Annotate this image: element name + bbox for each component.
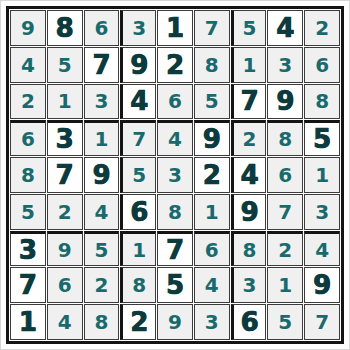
cell-r3c1: 2 [10,84,46,120]
cell-r7c2: 9 [47,231,83,267]
sudoku-board: 9863175424579281362134657986317492858795… [6,6,344,344]
cell-r2c8: 3 [267,47,303,83]
cell-r4c8: 8 [267,120,303,156]
cell-r2c6: 8 [194,47,230,83]
cell-r6c4: 6 [120,194,156,230]
cell-r4c9: 5 [304,120,340,156]
cell-r8c7: 3 [231,267,267,303]
cell-r3c9: 8 [304,84,340,120]
cell-r5c4: 5 [120,157,156,193]
cell-r7c4: 1 [120,231,156,267]
cell-r8c1: 7 [10,267,46,303]
cell-r5c6: 2 [194,157,230,193]
cell-r8c5: 5 [157,267,193,303]
cell-r1c5: 1 [157,10,193,46]
cell-r5c9: 1 [304,157,340,193]
cell-r8c8: 1 [267,267,303,303]
cell-r1c4: 3 [120,10,156,46]
cell-r5c7: 4 [231,157,267,193]
cell-r6c1: 5 [10,194,46,230]
cell-r6c2: 2 [47,194,83,230]
sudoku-image: 9863175424579281362134657986317492858795… [0,0,350,350]
cell-r8c9: 9 [304,267,340,303]
cell-r2c4: 9 [120,47,156,83]
cell-r1c2: 8 [47,10,83,46]
cell-r5c2: 7 [47,157,83,193]
cell-r1c7: 5 [231,10,267,46]
cell-r5c5: 3 [157,157,193,193]
cell-r4c3: 1 [84,120,120,156]
cell-r8c4: 8 [120,267,156,303]
cell-r7c6: 6 [194,231,230,267]
cell-r9c1: 1 [10,304,46,340]
cell-r1c8: 4 [267,10,303,46]
cell-r3c4: 4 [120,84,156,120]
cell-r3c5: 6 [157,84,193,120]
cell-r8c3: 2 [84,267,120,303]
cell-r4c7: 2 [231,120,267,156]
cell-r2c2: 5 [47,47,83,83]
cell-r8c2: 6 [47,267,83,303]
cell-r7c9: 4 [304,231,340,267]
cell-r9c7: 6 [231,304,267,340]
cell-r9c4: 2 [120,304,156,340]
cell-r2c7: 1 [231,47,267,83]
cell-r9c3: 8 [84,304,120,340]
cell-r4c4: 7 [120,120,156,156]
cell-r3c7: 7 [231,84,267,120]
cell-r2c9: 6 [304,47,340,83]
cell-r4c6: 9 [194,120,230,156]
cell-r5c3: 9 [84,157,120,193]
cell-r9c8: 5 [267,304,303,340]
cell-r8c6: 4 [194,267,230,303]
cell-r7c7: 8 [231,231,267,267]
cell-r6c3: 4 [84,194,120,230]
cell-r7c1: 3 [10,231,46,267]
cell-r2c3: 7 [84,47,120,83]
cell-r5c8: 6 [267,157,303,193]
cell-r7c8: 2 [267,231,303,267]
cell-r9c5: 9 [157,304,193,340]
cell-r1c9: 2 [304,10,340,46]
cell-r6c6: 1 [194,194,230,230]
cell-r1c6: 7 [194,10,230,46]
cell-r9c6: 3 [194,304,230,340]
cell-r7c3: 5 [84,231,120,267]
cell-r4c2: 3 [47,120,83,156]
cell-r5c1: 8 [10,157,46,193]
cell-r6c5: 8 [157,194,193,230]
cell-r3c8: 9 [267,84,303,120]
cell-r6c7: 9 [231,194,267,230]
cell-r6c8: 7 [267,194,303,230]
cell-r1c1: 9 [10,10,46,46]
cell-r1c3: 6 [84,10,120,46]
cell-r4c5: 4 [157,120,193,156]
cell-r9c9: 7 [304,304,340,340]
cell-r3c2: 1 [47,84,83,120]
cell-r3c6: 5 [194,84,230,120]
cell-r2c1: 4 [10,47,46,83]
cell-r6c9: 3 [304,194,340,230]
cell-r2c5: 2 [157,47,193,83]
cell-r7c5: 7 [157,231,193,267]
cell-r3c3: 3 [84,84,120,120]
cell-r4c1: 6 [10,120,46,156]
cell-r9c2: 4 [47,304,83,340]
